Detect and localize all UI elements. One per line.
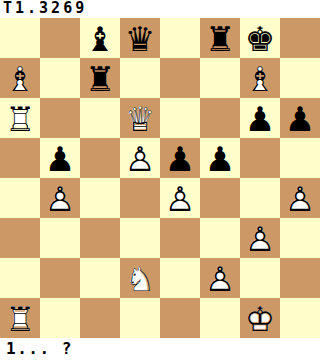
piece-white-rook: ♜ [0, 299, 40, 339]
piece-white-rook: ♜ [0, 99, 40, 139]
move-prompt: 1... ? [0, 338, 320, 360]
square-h2[interactable] [280, 258, 320, 298]
square-e2[interactable] [160, 258, 200, 298]
piece-white-pawn: ♟ [160, 179, 200, 219]
square-b2[interactable] [40, 258, 80, 298]
square-g8[interactable]: ♚ [240, 18, 280, 58]
square-a4[interactable] [0, 178, 40, 218]
square-b7[interactable] [40, 58, 80, 98]
square-g2[interactable] [240, 258, 280, 298]
square-e1[interactable] [160, 298, 200, 338]
piece-white-rook-outline: ♖ [0, 299, 40, 339]
piece-white-pawn: ♟ [40, 179, 80, 219]
square-c4[interactable] [80, 178, 120, 218]
square-h5[interactable] [280, 138, 320, 178]
square-c3[interactable] [80, 218, 120, 258]
square-f2[interactable]: ♟♙ [200, 258, 240, 298]
square-a6[interactable]: ♜♖ [0, 98, 40, 138]
piece-black-bishop: ♝ [80, 19, 120, 59]
square-c1[interactable] [80, 298, 120, 338]
square-a8[interactable] [0, 18, 40, 58]
square-a2[interactable] [0, 258, 40, 298]
square-d7[interactable] [120, 58, 160, 98]
square-d3[interactable] [120, 218, 160, 258]
square-a7[interactable]: ♝♗ [0, 58, 40, 98]
piece-white-knight-outline: ♘ [120, 259, 160, 299]
piece-white-bishop-outline: ♗ [0, 59, 40, 99]
square-f5[interactable]: ♟ [200, 138, 240, 178]
square-h8[interactable] [280, 18, 320, 58]
puzzle-title: T1.3269 [0, 0, 320, 18]
piece-white-queen-outline: ♕ [120, 99, 160, 139]
piece-black-pawn: ♟ [280, 99, 320, 139]
square-g6[interactable]: ♟ [240, 98, 280, 138]
square-g7[interactable]: ♝♗ [240, 58, 280, 98]
piece-black-rook: ♜ [200, 19, 240, 59]
piece-black-king: ♚ [240, 19, 280, 59]
square-e5[interactable]: ♟ [160, 138, 200, 178]
square-d6[interactable]: ♛♕ [120, 98, 160, 138]
square-a1[interactable]: ♜♖ [0, 298, 40, 338]
square-c2[interactable] [80, 258, 120, 298]
piece-white-pawn-outline: ♙ [200, 259, 240, 299]
square-c5[interactable] [80, 138, 120, 178]
piece-white-pawn-outline: ♙ [240, 219, 280, 259]
piece-white-pawn: ♟ [200, 259, 240, 299]
square-g3[interactable]: ♟♙ [240, 218, 280, 258]
square-g5[interactable] [240, 138, 280, 178]
square-c8[interactable]: ♝ [80, 18, 120, 58]
square-d4[interactable] [120, 178, 160, 218]
square-e6[interactable] [160, 98, 200, 138]
square-a5[interactable] [0, 138, 40, 178]
piece-white-king: ♚ [240, 299, 280, 339]
square-b5[interactable]: ♟ [40, 138, 80, 178]
square-c6[interactable] [80, 98, 120, 138]
square-e4[interactable]: ♟♙ [160, 178, 200, 218]
square-h4[interactable]: ♟♙ [280, 178, 320, 218]
piece-black-queen: ♛ [120, 19, 160, 59]
square-d8[interactable]: ♛ [120, 18, 160, 58]
square-d2[interactable]: ♞♘ [120, 258, 160, 298]
piece-white-pawn: ♟ [120, 139, 160, 179]
piece-white-rook-outline: ♖ [0, 99, 40, 139]
piece-white-pawn-outline: ♙ [280, 179, 320, 219]
piece-black-pawn: ♟ [200, 139, 240, 179]
square-d5[interactable]: ♟♙ [120, 138, 160, 178]
piece-white-knight: ♞ [120, 259, 160, 299]
piece-black-rook: ♜ [80, 59, 120, 99]
square-f6[interactable] [200, 98, 240, 138]
piece-white-pawn: ♟ [240, 219, 280, 259]
square-h1[interactable] [280, 298, 320, 338]
chess-board: ♝♛♜♚♝♗♜♝♗♜♖♛♕♟♟♟♟♙♟♟♟♙♟♙♟♙♟♙♞♘♟♙♜♖♚♔ [0, 18, 320, 338]
square-b3[interactable] [40, 218, 80, 258]
square-b1[interactable] [40, 298, 80, 338]
square-f1[interactable] [200, 298, 240, 338]
square-e3[interactable] [160, 218, 200, 258]
piece-white-queen: ♛ [120, 99, 160, 139]
square-h6[interactable]: ♟ [280, 98, 320, 138]
square-b4[interactable]: ♟♙ [40, 178, 80, 218]
square-f3[interactable] [200, 218, 240, 258]
piece-white-pawn-outline: ♙ [120, 139, 160, 179]
square-f8[interactable]: ♜ [200, 18, 240, 58]
square-g1[interactable]: ♚♔ [240, 298, 280, 338]
piece-white-bishop: ♝ [0, 59, 40, 99]
square-f7[interactable] [200, 58, 240, 98]
square-g4[interactable] [240, 178, 280, 218]
square-e7[interactable] [160, 58, 200, 98]
square-e8[interactable] [160, 18, 200, 58]
piece-white-pawn-outline: ♙ [40, 179, 80, 219]
piece-black-pawn: ♟ [160, 139, 200, 179]
square-h7[interactable] [280, 58, 320, 98]
piece-white-king-outline: ♔ [240, 299, 280, 339]
square-c7[interactable]: ♜ [80, 58, 120, 98]
square-f4[interactable] [200, 178, 240, 218]
piece-white-bishop: ♝ [240, 59, 280, 99]
square-d1[interactable] [120, 298, 160, 338]
piece-white-bishop-outline: ♗ [240, 59, 280, 99]
square-b6[interactable] [40, 98, 80, 138]
piece-white-pawn-outline: ♙ [160, 179, 200, 219]
square-a3[interactable] [0, 218, 40, 258]
square-h3[interactable] [280, 218, 320, 258]
piece-white-pawn: ♟ [280, 179, 320, 219]
piece-black-pawn: ♟ [40, 139, 80, 179]
piece-black-pawn: ♟ [240, 99, 280, 139]
square-b8[interactable] [40, 18, 80, 58]
